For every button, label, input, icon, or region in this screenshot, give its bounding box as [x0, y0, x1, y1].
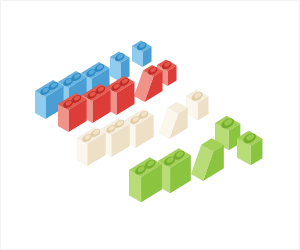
product-photo-frame: [0, 0, 300, 250]
blocks-canvas: [1, 1, 300, 250]
